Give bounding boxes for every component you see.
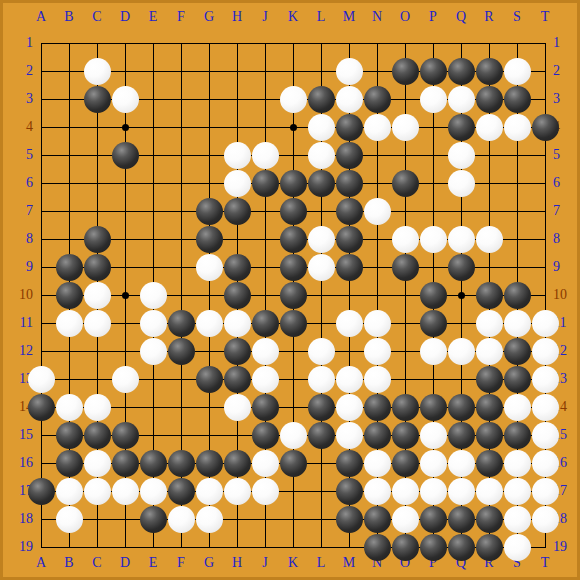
stone-black-H10[interactable] [224, 282, 251, 309]
stone-black-G8[interactable] [196, 226, 223, 253]
star-point-K4 [290, 124, 297, 131]
stone-white-P15[interactable] [420, 422, 447, 449]
stone-white-R8[interactable] [476, 226, 503, 253]
stone-black-B9[interactable] [56, 254, 83, 281]
stone-black-R16[interactable] [476, 450, 503, 477]
row-label-left-19: 19 [9, 540, 33, 554]
stone-white-A13[interactable] [28, 366, 55, 393]
row-label-left-15: 15 [9, 428, 33, 442]
stone-black-C3[interactable] [84, 86, 111, 113]
col-label-top-K: K [282, 10, 304, 24]
stone-white-B17[interactable] [56, 478, 83, 505]
stone-white-J17[interactable] [252, 478, 279, 505]
stone-white-Q6[interactable] [448, 170, 475, 197]
go-board-diagram: AABBCCDDEEFFGGHHJJKKLLMMNNOOPPQQRRSSTT11… [0, 0, 580, 580]
stone-black-M17[interactable] [336, 478, 363, 505]
row-label-left-11: 11 [9, 316, 33, 330]
stone-white-G17[interactable] [196, 478, 223, 505]
stone-white-N11[interactable] [364, 310, 391, 337]
col-label-top-N: N [366, 10, 388, 24]
stone-black-Q2[interactable] [448, 58, 475, 85]
row-label-left-3: 3 [9, 92, 33, 106]
stone-white-Q17[interactable] [448, 478, 475, 505]
stone-black-O9[interactable] [392, 254, 419, 281]
col-label-bottom-H: H [226, 556, 248, 570]
col-label-top-H: H [226, 10, 248, 24]
stone-black-O2[interactable] [392, 58, 419, 85]
stone-black-J11[interactable] [252, 310, 279, 337]
stone-white-S4[interactable] [504, 114, 531, 141]
stone-black-O15[interactable] [392, 422, 419, 449]
stone-black-P18[interactable] [420, 506, 447, 533]
stone-white-E12[interactable] [140, 338, 167, 365]
stone-white-T11[interactable] [532, 310, 559, 337]
stone-black-R3[interactable] [476, 86, 503, 113]
stone-black-J15[interactable] [252, 422, 279, 449]
stone-white-E17[interactable] [140, 478, 167, 505]
stone-white-N12[interactable] [364, 338, 391, 365]
stone-white-E10[interactable] [140, 282, 167, 309]
stone-white-B11[interactable] [56, 310, 83, 337]
stone-white-M2[interactable] [336, 58, 363, 85]
col-label-top-B: B [58, 10, 80, 24]
row-label-left-2: 2 [9, 64, 33, 78]
col-label-bottom-M: M [338, 556, 360, 570]
stone-black-Q18[interactable] [448, 506, 475, 533]
stone-black-G7[interactable] [196, 198, 223, 225]
row-label-left-1: 1 [9, 36, 33, 50]
stone-white-P12[interactable] [420, 338, 447, 365]
col-label-top-P: P [422, 10, 444, 24]
stone-black-M9[interactable] [336, 254, 363, 281]
stone-black-E16[interactable] [140, 450, 167, 477]
stone-black-B10[interactable] [56, 282, 83, 309]
stone-black-G13[interactable] [196, 366, 223, 393]
stone-white-Q16[interactable] [448, 450, 475, 477]
stone-white-S14[interactable] [504, 394, 531, 421]
stone-black-R10[interactable] [476, 282, 503, 309]
stone-white-F18[interactable] [168, 506, 195, 533]
stone-black-P14[interactable] [420, 394, 447, 421]
stone-white-S18[interactable] [504, 506, 531, 533]
stone-black-Q4[interactable] [448, 114, 475, 141]
col-label-top-J: J [254, 10, 276, 24]
col-label-bottom-K: K [282, 556, 304, 570]
stone-white-Q3[interactable] [448, 86, 475, 113]
stone-black-T4[interactable] [532, 114, 559, 141]
stone-black-K11[interactable] [280, 310, 307, 337]
row-label-left-9: 9 [9, 260, 33, 274]
row-label-right-19: 19 [553, 540, 577, 554]
stone-black-F16[interactable] [168, 450, 195, 477]
row-label-left-4: 4 [9, 120, 33, 134]
row-label-left-10: 10 [9, 288, 33, 302]
row-label-right-6: 6 [553, 176, 577, 190]
stone-white-T14[interactable] [532, 394, 559, 421]
stone-white-P16[interactable] [420, 450, 447, 477]
col-label-bottom-B: B [58, 556, 80, 570]
stone-white-H5[interactable] [224, 142, 251, 169]
stone-black-M7[interactable] [336, 198, 363, 225]
stone-white-M14[interactable] [336, 394, 363, 421]
col-label-top-E: E [142, 10, 164, 24]
stone-white-T13[interactable] [532, 366, 559, 393]
col-label-top-C: C [86, 10, 108, 24]
stone-black-S12[interactable] [504, 338, 531, 365]
stone-white-T12[interactable] [532, 338, 559, 365]
stone-white-M3[interactable] [336, 86, 363, 113]
stone-black-K9[interactable] [280, 254, 307, 281]
stone-black-H13[interactable] [224, 366, 251, 393]
stone-white-C10[interactable] [84, 282, 111, 309]
stone-black-C15[interactable] [84, 422, 111, 449]
stone-white-P17[interactable] [420, 478, 447, 505]
row-label-right-1: 1 [553, 36, 577, 50]
stone-black-M6[interactable] [336, 170, 363, 197]
stone-black-H16[interactable] [224, 450, 251, 477]
stone-white-L9[interactable] [308, 254, 335, 281]
stone-white-R12[interactable] [476, 338, 503, 365]
col-label-bottom-D: D [114, 556, 136, 570]
stone-black-O6[interactable] [392, 170, 419, 197]
stone-white-Q12[interactable] [448, 338, 475, 365]
stone-black-A14[interactable] [28, 394, 55, 421]
row-label-right-10: 10 [553, 288, 577, 302]
row-label-left-12: 12 [9, 344, 33, 358]
stone-white-C14[interactable] [84, 394, 111, 421]
stone-black-R18[interactable] [476, 506, 503, 533]
stone-black-S15[interactable] [504, 422, 531, 449]
stone-white-S17[interactable] [504, 478, 531, 505]
stone-black-A17[interactable] [28, 478, 55, 505]
stone-white-H11[interactable] [224, 310, 251, 337]
stone-black-B16[interactable] [56, 450, 83, 477]
stone-white-S16[interactable] [504, 450, 531, 477]
stone-black-M18[interactable] [336, 506, 363, 533]
stone-white-E11[interactable] [140, 310, 167, 337]
stone-black-L15[interactable] [308, 422, 335, 449]
stone-white-Q8[interactable] [448, 226, 475, 253]
stone-white-B14[interactable] [56, 394, 83, 421]
star-point-D10 [122, 292, 129, 299]
stone-white-L13[interactable] [308, 366, 335, 393]
stone-white-N4[interactable] [364, 114, 391, 141]
row-label-left-16: 16 [9, 456, 33, 470]
stone-white-Q5[interactable] [448, 142, 475, 169]
stone-black-J14[interactable] [252, 394, 279, 421]
stone-white-H17[interactable] [224, 478, 251, 505]
col-label-bottom-E: E [142, 556, 164, 570]
stone-black-P11[interactable] [420, 310, 447, 337]
stone-black-O14[interactable] [392, 394, 419, 421]
stone-white-K3[interactable] [280, 86, 307, 113]
col-label-bottom-G: G [198, 556, 220, 570]
col-label-bottom-J: J [254, 556, 276, 570]
stone-black-H7[interactable] [224, 198, 251, 225]
col-label-top-O: O [394, 10, 416, 24]
stone-black-K16[interactable] [280, 450, 307, 477]
stone-white-B18[interactable] [56, 506, 83, 533]
stone-white-O17[interactable] [392, 478, 419, 505]
stone-white-S11[interactable] [504, 310, 531, 337]
stone-white-O4[interactable] [392, 114, 419, 141]
stone-black-R14[interactable] [476, 394, 503, 421]
stone-black-D5[interactable] [112, 142, 139, 169]
stone-black-R15[interactable] [476, 422, 503, 449]
stone-white-N17[interactable] [364, 478, 391, 505]
stone-white-R17[interactable] [476, 478, 503, 505]
stone-white-K15[interactable] [280, 422, 307, 449]
stone-black-L14[interactable] [308, 394, 335, 421]
stone-white-M13[interactable] [336, 366, 363, 393]
stone-white-G18[interactable] [196, 506, 223, 533]
stone-white-L4[interactable] [308, 114, 335, 141]
stone-black-K7[interactable] [280, 198, 307, 225]
stone-white-C16[interactable] [84, 450, 111, 477]
stone-black-M5[interactable] [336, 142, 363, 169]
stone-white-O18[interactable] [392, 506, 419, 533]
row-label-right-8: 8 [553, 232, 577, 246]
stone-black-K6[interactable] [280, 170, 307, 197]
stone-black-N3[interactable] [364, 86, 391, 113]
col-label-top-A: A [30, 10, 52, 24]
col-label-top-R: R [478, 10, 500, 24]
row-label-right-3: 3 [553, 92, 577, 106]
stone-black-N18[interactable] [364, 506, 391, 533]
stone-black-C9[interactable] [84, 254, 111, 281]
stone-white-J12[interactable] [252, 338, 279, 365]
stone-black-O16[interactable] [392, 450, 419, 477]
stone-white-T17[interactable] [532, 478, 559, 505]
stone-white-D13[interactable] [112, 366, 139, 393]
stone-black-F17[interactable] [168, 478, 195, 505]
row-label-left-7: 7 [9, 204, 33, 218]
row-label-right-9: 9 [553, 260, 577, 274]
col-label-bottom-T: T [534, 556, 556, 570]
stone-black-O19[interactable] [392, 534, 419, 561]
stone-black-K8[interactable] [280, 226, 307, 253]
stone-white-R4[interactable] [476, 114, 503, 141]
row-label-left-8: 8 [9, 232, 33, 246]
stone-white-R11[interactable] [476, 310, 503, 337]
stone-black-P10[interactable] [420, 282, 447, 309]
row-label-right-2: 2 [553, 64, 577, 78]
col-label-top-F: F [170, 10, 192, 24]
row-label-left-6: 6 [9, 176, 33, 190]
stone-white-T15[interactable] [532, 422, 559, 449]
stone-black-D15[interactable] [112, 422, 139, 449]
stone-black-M4[interactable] [336, 114, 363, 141]
col-label-top-S: S [506, 10, 528, 24]
stone-white-T18[interactable] [532, 506, 559, 533]
stone-white-H14[interactable] [224, 394, 251, 421]
stone-white-D3[interactable] [112, 86, 139, 113]
stone-black-C8[interactable] [84, 226, 111, 253]
stone-white-G9[interactable] [196, 254, 223, 281]
stone-black-K10[interactable] [280, 282, 307, 309]
stone-black-R19[interactable] [476, 534, 503, 561]
row-label-left-18: 18 [9, 512, 33, 526]
stone-white-N7[interactable] [364, 198, 391, 225]
stone-black-G16[interactable] [196, 450, 223, 477]
stone-black-F11[interactable] [168, 310, 195, 337]
stone-black-S13[interactable] [504, 366, 531, 393]
stone-white-J5[interactable] [252, 142, 279, 169]
stone-white-S2[interactable] [504, 58, 531, 85]
stone-black-D16[interactable] [112, 450, 139, 477]
col-label-top-M: M [338, 10, 360, 24]
col-label-bottom-C: C [86, 556, 108, 570]
stone-black-N19[interactable] [364, 534, 391, 561]
stone-white-C11[interactable] [84, 310, 111, 337]
stone-white-C2[interactable] [84, 58, 111, 85]
stone-black-Q9[interactable] [448, 254, 475, 281]
stone-black-Q15[interactable] [448, 422, 475, 449]
stone-black-Q19[interactable] [448, 534, 475, 561]
stone-black-M16[interactable] [336, 450, 363, 477]
stone-black-L6[interactable] [308, 170, 335, 197]
star-point-Q10 [458, 292, 465, 299]
stone-black-L3[interactable] [308, 86, 335, 113]
col-label-bottom-L: L [310, 556, 332, 570]
stone-black-S10[interactable] [504, 282, 531, 309]
row-label-right-5: 5 [553, 148, 577, 162]
stone-white-M15[interactable] [336, 422, 363, 449]
stone-white-G11[interactable] [196, 310, 223, 337]
stone-white-P8[interactable] [420, 226, 447, 253]
col-label-bottom-A: A [30, 556, 52, 570]
stone-white-S19[interactable] [504, 534, 531, 561]
row-label-right-7: 7 [553, 204, 577, 218]
stone-black-N14[interactable] [364, 394, 391, 421]
stone-white-L8[interactable] [308, 226, 335, 253]
row-label-left-5: 5 [9, 148, 33, 162]
stone-black-J6[interactable] [252, 170, 279, 197]
stone-white-N13[interactable] [364, 366, 391, 393]
stone-black-R2[interactable] [476, 58, 503, 85]
col-label-top-L: L [310, 10, 332, 24]
stone-black-M8[interactable] [336, 226, 363, 253]
stone-black-H9[interactable] [224, 254, 251, 281]
stone-white-C17[interactable] [84, 478, 111, 505]
stone-black-F12[interactable] [168, 338, 195, 365]
stone-white-D17[interactable] [112, 478, 139, 505]
col-label-top-T: T [534, 10, 556, 24]
col-label-top-D: D [114, 10, 136, 24]
col-label-top-G: G [198, 10, 220, 24]
stone-black-H12[interactable] [224, 338, 251, 365]
stone-black-S3[interactable] [504, 86, 531, 113]
stone-white-O8[interactable] [392, 226, 419, 253]
stone-white-J16[interactable] [252, 450, 279, 477]
col-label-bottom-F: F [170, 556, 192, 570]
stone-white-L5[interactable] [308, 142, 335, 169]
stone-white-P3[interactable] [420, 86, 447, 113]
stone-black-N15[interactable] [364, 422, 391, 449]
stone-white-H6[interactable] [224, 170, 251, 197]
stone-white-L12[interactable] [308, 338, 335, 365]
stone-white-M11[interactable] [336, 310, 363, 337]
stone-white-T16[interactable] [532, 450, 559, 477]
stone-black-E18[interactable] [140, 506, 167, 533]
stone-black-B15[interactable] [56, 422, 83, 449]
col-label-top-Q: Q [450, 10, 472, 24]
stone-black-P2[interactable] [420, 58, 447, 85]
stone-black-R13[interactable] [476, 366, 503, 393]
star-point-D4 [122, 124, 129, 131]
stone-black-Q14[interactable] [448, 394, 475, 421]
stone-black-P19[interactable] [420, 534, 447, 561]
stone-white-J13[interactable] [252, 366, 279, 393]
stone-white-N16[interactable] [364, 450, 391, 477]
